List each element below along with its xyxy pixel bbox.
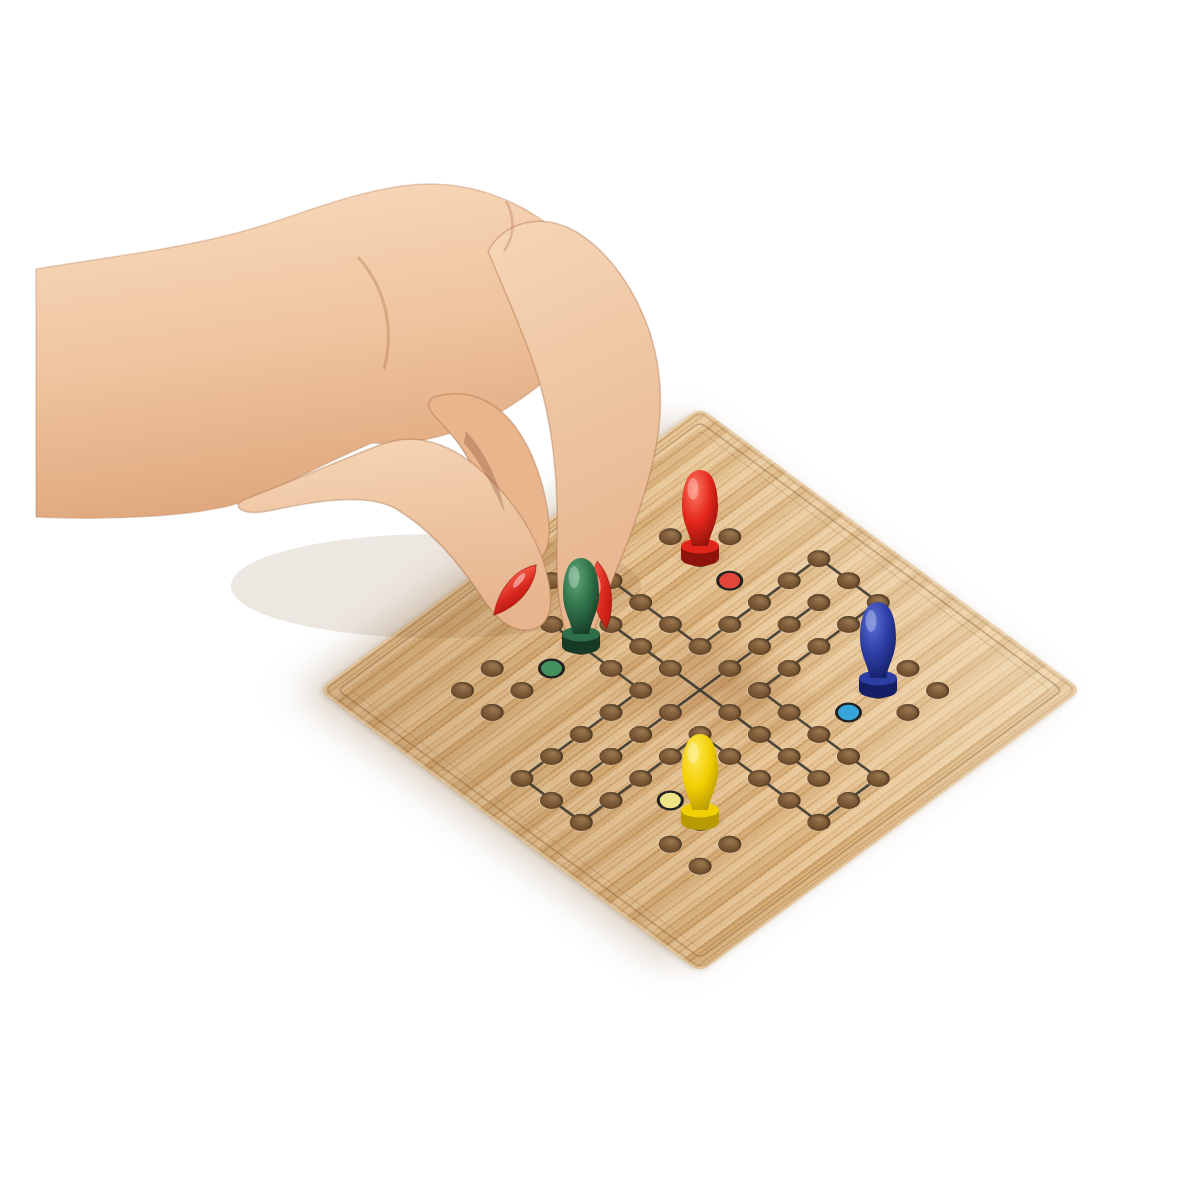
- peg-green[interactable]: [554, 556, 608, 656]
- pegs-layer: [0, 0, 1200, 1200]
- photo-scene: [0, 0, 1200, 1200]
- peg-yellow-icon: [673, 732, 727, 832]
- peg-yellow[interactable]: [673, 732, 727, 832]
- peg-red-icon: [673, 468, 727, 568]
- peg-red[interactable]: [673, 468, 727, 568]
- peg-green-icon: [554, 556, 608, 656]
- peg-blue[interactable]: [851, 600, 905, 700]
- peg-blue-icon: [851, 600, 905, 700]
